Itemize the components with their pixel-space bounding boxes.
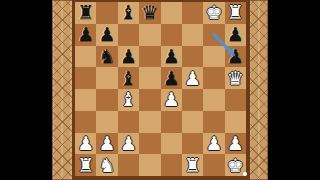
- square-d8[interactable]: ♛: [139, 2, 160, 24]
- square-c1[interactable]: [118, 154, 139, 176]
- square-b4[interactable]: [96, 89, 117, 111]
- square-f1[interactable]: ♜: [182, 154, 203, 176]
- piece-white-rook[interactable]: ♜: [75, 154, 96, 176]
- square-c4[interactable]: ♝: [118, 89, 139, 111]
- piece-white-knight[interactable]: ♞: [96, 154, 117, 176]
- square-f5[interactable]: ♟: [182, 67, 203, 89]
- piece-white-pawn[interactable]: ♟: [225, 133, 246, 155]
- piece-white-pawn[interactable]: ♟: [161, 89, 182, 111]
- square-e1[interactable]: [161, 154, 182, 176]
- piece-black-pawn[interactable]: ♟: [96, 24, 117, 46]
- watermark-dot: [243, 172, 247, 176]
- wallpaper-right-strip: [249, 0, 268, 180]
- square-g2[interactable]: ♟: [203, 133, 224, 155]
- square-h7[interactable]: ♟: [225, 24, 246, 46]
- piece-black-rook[interactable]: ♜: [75, 2, 96, 24]
- square-a3[interactable]: [75, 111, 96, 133]
- square-h2[interactable]: ♟: [225, 133, 246, 155]
- square-e2[interactable]: [161, 133, 182, 155]
- square-b8[interactable]: [96, 2, 117, 24]
- square-a5[interactable]: [75, 67, 96, 89]
- square-d7[interactable]: [139, 24, 160, 46]
- square-h3[interactable]: [225, 111, 246, 133]
- square-c8[interactable]: ♝: [118, 2, 139, 24]
- piece-white-king[interactable]: ♚: [203, 2, 224, 24]
- piece-black-bishop[interactable]: ♝: [118, 2, 139, 24]
- piece-white-rook[interactable]: ♜: [225, 2, 246, 24]
- square-e3[interactable]: [161, 111, 182, 133]
- square-c7[interactable]: [118, 24, 139, 46]
- square-g5[interactable]: [203, 67, 224, 89]
- square-e7[interactable]: [161, 24, 182, 46]
- square-d4[interactable]: [139, 89, 160, 111]
- square-e4[interactable]: ♟: [161, 89, 182, 111]
- square-d1[interactable]: [139, 154, 160, 176]
- square-f2[interactable]: [182, 133, 203, 155]
- square-c6[interactable]: ♟: [118, 46, 139, 68]
- square-a7[interactable]: ♟: [75, 24, 96, 46]
- piece-white-pawn[interactable]: ♟: [75, 133, 96, 155]
- piece-black-knight[interactable]: ♞: [96, 46, 117, 68]
- square-f3[interactable]: [182, 111, 203, 133]
- square-g6[interactable]: [203, 46, 224, 68]
- piece-black-pawn[interactable]: ♟: [118, 46, 139, 68]
- square-d5[interactable]: [139, 67, 160, 89]
- square-b3[interactable]: [96, 111, 117, 133]
- piece-black-queen[interactable]: ♛: [139, 2, 160, 24]
- square-g8[interactable]: ♚: [203, 2, 224, 24]
- square-c2[interactable]: ♟: [118, 133, 139, 155]
- square-g4[interactable]: [203, 89, 224, 111]
- piece-white-pawn[interactable]: ♟: [203, 133, 224, 155]
- square-e6[interactable]: ♟: [161, 46, 182, 68]
- piece-black-bishop[interactable]: ♝: [118, 67, 139, 89]
- square-e5[interactable]: ♟: [161, 67, 182, 89]
- square-g1[interactable]: [203, 154, 224, 176]
- square-h6[interactable]: ♟: [225, 46, 246, 68]
- square-g3[interactable]: [203, 111, 224, 133]
- piece-black-pawn[interactable]: ♟: [161, 67, 182, 89]
- square-h8[interactable]: ♜: [225, 2, 246, 24]
- piece-white-queen[interactable]: ♛: [225, 67, 246, 89]
- chess-board[interactable]: ♜♝♛♚♜♟♟♟♞♟♟♟♝♟♟♛♝♟♟♟♟♟♟♜♞♜♚: [75, 2, 246, 176]
- square-a6[interactable]: [75, 46, 96, 68]
- square-f4[interactable]: [182, 89, 203, 111]
- square-f8[interactable]: [182, 2, 203, 24]
- piece-black-pawn[interactable]: ♟: [225, 46, 246, 68]
- square-f7[interactable]: [182, 24, 203, 46]
- square-b5[interactable]: [96, 67, 117, 89]
- piece-black-pawn[interactable]: ♟: [225, 24, 246, 46]
- square-a8[interactable]: ♜: [75, 2, 96, 24]
- piece-white-bishop[interactable]: ♝: [118, 89, 139, 111]
- square-d2[interactable]: [139, 133, 160, 155]
- square-a2[interactable]: ♟: [75, 133, 96, 155]
- square-b1[interactable]: ♞: [96, 154, 117, 176]
- piece-black-pawn[interactable]: ♟: [75, 24, 96, 46]
- piece-white-pawn[interactable]: ♟: [182, 67, 203, 89]
- square-h4[interactable]: [225, 89, 246, 111]
- square-b6[interactable]: ♞: [96, 46, 117, 68]
- square-d3[interactable]: [139, 111, 160, 133]
- square-c3[interactable]: [118, 111, 139, 133]
- square-b7[interactable]: ♟: [96, 24, 117, 46]
- square-a4[interactable]: [75, 89, 96, 111]
- piece-black-pawn[interactable]: ♟: [161, 46, 182, 68]
- square-b2[interactable]: ♟: [96, 133, 117, 155]
- square-c5[interactable]: ♝: [118, 67, 139, 89]
- wallpaper-left-strip: [52, 0, 73, 180]
- square-g7[interactable]: [203, 24, 224, 46]
- piece-white-rook[interactable]: ♜: [182, 154, 203, 176]
- piece-white-pawn[interactable]: ♟: [96, 133, 117, 155]
- square-e8[interactable]: [161, 2, 182, 24]
- square-f6[interactable]: [182, 46, 203, 68]
- piece-white-pawn[interactable]: ♟: [118, 133, 139, 155]
- square-a1[interactable]: ♜: [75, 154, 96, 176]
- square-d6[interactable]: [139, 46, 160, 68]
- square-h5[interactable]: ♛: [225, 67, 246, 89]
